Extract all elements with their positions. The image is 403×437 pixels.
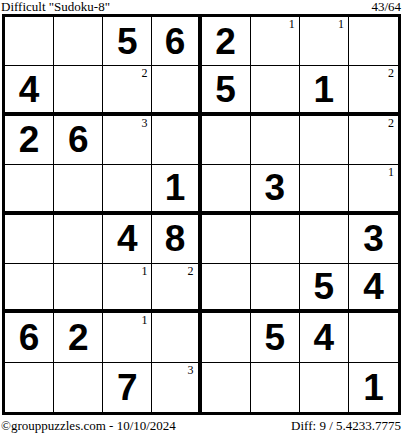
corner-mark: 2 — [188, 264, 194, 278]
difficulty-rating: Diff: 9 / 5.4233.7775 — [291, 419, 401, 432]
cell-r1c1[interactable] — [5, 17, 54, 66]
cell-r1c2[interactable] — [54, 17, 103, 66]
corner-mark: 2 — [388, 66, 394, 80]
corner-mark: 2 — [388, 116, 394, 130]
cell-r1c3[interactable]: 5 — [103, 17, 152, 66]
cell-value: 1 — [165, 169, 186, 206]
cell-r7c4[interactable] — [152, 313, 201, 362]
cell-value: 7 — [117, 369, 138, 406]
cell-r4c1[interactable] — [5, 165, 54, 214]
cell-value: 4 — [314, 319, 335, 356]
cell-r4c4[interactable]: 1 — [152, 165, 201, 214]
progress-counter: 43/64 — [371, 0, 401, 13]
cell-r1c7[interactable]: 1 — [300, 17, 349, 66]
cell-r5c5[interactable] — [202, 215, 251, 264]
cell-value: 1 — [314, 71, 335, 108]
cell-r6c4[interactable]: 2 — [152, 264, 201, 313]
corner-mark: 2 — [141, 66, 147, 80]
cell-value: 6 — [19, 319, 40, 356]
cell-r3c8[interactable]: 2 — [349, 116, 398, 165]
cell-value: 6 — [165, 23, 186, 60]
cell-r2c8[interactable]: 2 — [349, 66, 398, 115]
cell-r5c6[interactable] — [251, 215, 300, 264]
cell-r2c6[interactable] — [251, 66, 300, 115]
cell-value: 4 — [19, 71, 40, 108]
cell-r8c3[interactable]: 7 — [103, 363, 152, 412]
cell-r5c1[interactable] — [5, 215, 54, 264]
cell-value: 6 — [68, 121, 89, 158]
cell-value: 5 — [215, 71, 236, 108]
cell-r6c8[interactable]: 4 — [349, 264, 398, 313]
cell-r3c6[interactable] — [251, 116, 300, 165]
cell-r6c2[interactable] — [54, 264, 103, 313]
cell-r8c8[interactable]: 1 — [349, 363, 398, 412]
sudoku-board: 56211425122632131483125462154731 — [2, 14, 401, 415]
cell-r5c7[interactable] — [300, 215, 349, 264]
corner-mark: 1 — [289, 17, 295, 31]
cell-r5c3[interactable]: 4 — [103, 215, 152, 264]
cell-r5c8[interactable]: 3 — [349, 215, 398, 264]
cell-r2c3[interactable]: 2 — [103, 66, 152, 115]
cell-r7c1[interactable]: 6 — [5, 313, 54, 362]
cell-r8c4[interactable]: 3 — [152, 363, 201, 412]
cell-value: 5 — [117, 23, 138, 60]
cell-r7c7[interactable]: 4 — [300, 313, 349, 362]
cell-r1c6[interactable]: 1 — [251, 17, 300, 66]
cell-r2c4[interactable] — [152, 66, 201, 115]
cell-r1c4[interactable]: 6 — [152, 17, 201, 66]
cell-r4c5[interactable] — [202, 165, 251, 214]
cell-r3c3[interactable]: 3 — [103, 116, 152, 165]
cell-value: 3 — [363, 220, 384, 257]
cell-r7c3[interactable]: 1 — [103, 313, 152, 362]
cell-r1c5[interactable]: 2 — [202, 17, 251, 66]
cell-r6c7[interactable]: 5 — [300, 264, 349, 313]
cell-r4c8[interactable]: 1 — [349, 165, 398, 214]
footer: ©grouppuzzles.com - 10/10/2024 Diff: 9 /… — [0, 415, 403, 437]
cell-r3c1[interactable]: 2 — [5, 116, 54, 165]
cell-r5c4[interactable]: 8 — [152, 215, 201, 264]
cell-value: 5 — [264, 319, 285, 356]
corner-mark: 1 — [338, 17, 344, 31]
cell-r4c3[interactable] — [103, 165, 152, 214]
cell-value: 2 — [215, 23, 236, 60]
cell-r4c6[interactable]: 3 — [251, 165, 300, 214]
cell-r1c8[interactable] — [349, 17, 398, 66]
cell-r7c6[interactable]: 5 — [251, 313, 300, 362]
cell-r6c6[interactable] — [251, 264, 300, 313]
cell-r6c5[interactable] — [202, 264, 251, 313]
cell-r4c7[interactable] — [300, 165, 349, 214]
cell-r2c2[interactable] — [54, 66, 103, 115]
cell-r3c7[interactable] — [300, 116, 349, 165]
cell-r3c4[interactable] — [152, 116, 201, 165]
cell-r6c3[interactable]: 1 — [103, 264, 152, 313]
cell-value: 1 — [363, 369, 384, 406]
cell-r7c8[interactable] — [349, 313, 398, 362]
cell-value: 3 — [264, 169, 285, 206]
cell-r8c1[interactable] — [5, 363, 54, 412]
page: Difficult "Sudoku-8" 43/64 5621142512263… — [0, 0, 403, 437]
puzzle-title: Difficult "Sudoku-8" — [1, 0, 110, 13]
header: Difficult "Sudoku-8" 43/64 — [0, 0, 403, 14]
cell-r3c5[interactable] — [202, 116, 251, 165]
cell-r8c7[interactable] — [300, 363, 349, 412]
cell-r2c5[interactable]: 5 — [202, 66, 251, 115]
corner-mark: 1 — [388, 165, 394, 179]
cell-r8c6[interactable] — [251, 363, 300, 412]
cell-value: 8 — [165, 220, 186, 257]
cell-value: 4 — [117, 220, 138, 257]
corner-mark: 3 — [188, 363, 194, 377]
cell-r8c5[interactable] — [202, 363, 251, 412]
corner-mark: 3 — [141, 116, 147, 130]
cell-r3c2[interactable]: 6 — [54, 116, 103, 165]
cell-value: 4 — [363, 268, 384, 305]
cell-r2c1[interactable]: 4 — [5, 66, 54, 115]
cell-r7c2[interactable]: 2 — [54, 313, 103, 362]
cell-value: 2 — [68, 319, 89, 356]
cell-value: 2 — [19, 121, 40, 158]
corner-mark: 1 — [141, 313, 147, 327]
cell-r5c2[interactable] — [54, 215, 103, 264]
corner-mark: 1 — [141, 264, 147, 278]
copyright-date: ©grouppuzzles.com - 10/10/2024 — [1, 419, 176, 432]
cell-r6c1[interactable] — [5, 264, 54, 313]
cell-r8c2[interactable] — [54, 363, 103, 412]
cell-r2c7[interactable]: 1 — [300, 66, 349, 115]
cell-r4c2[interactable] — [54, 165, 103, 214]
cell-r7c5[interactable] — [202, 313, 251, 362]
cell-value: 5 — [314, 268, 335, 305]
